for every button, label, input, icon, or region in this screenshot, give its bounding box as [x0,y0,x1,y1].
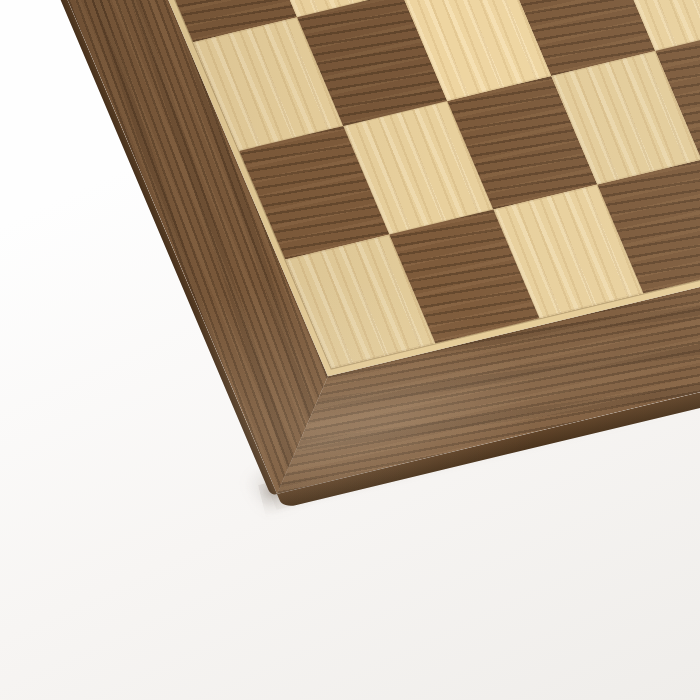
photo-scene [0,0,700,700]
chess-board [0,0,700,494]
